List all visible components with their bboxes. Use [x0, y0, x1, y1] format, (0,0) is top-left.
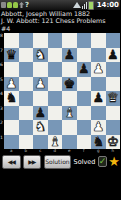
square-f1[interactable] — [77, 135, 92, 150]
piece-bQ-a7[interactable]: ♛ — [5, 48, 17, 63]
square-a7[interactable]: ♛ — [4, 48, 19, 63]
square-e8[interactable] — [62, 33, 77, 48]
piece-wB-e3[interactable]: ♝ — [63, 106, 75, 121]
square-c6[interactable] — [33, 62, 48, 77]
usb-icon — [19, 2, 24, 8]
square-d8[interactable] — [48, 33, 63, 48]
signal-icon — [82, 2, 87, 9]
square-g7[interactable] — [91, 48, 106, 63]
square-f2[interactable] — [77, 120, 92, 135]
square-a5[interactable]: ♟ — [4, 77, 19, 92]
square-h7[interactable]: ♟ — [106, 48, 121, 63]
piece-wP-c5[interactable]: ♟ — [34, 77, 46, 92]
square-g5[interactable] — [91, 77, 106, 92]
checkmark-icon: ✓ — [99, 157, 107, 166]
square-b2[interactable] — [19, 120, 34, 135]
square-h3[interactable] — [106, 106, 121, 121]
piece-bP-f6[interactable]: ♟ — [78, 62, 90, 77]
square-c3[interactable]: ♟ — [33, 106, 48, 121]
piece-bK-e5[interactable]: ♚ — [63, 77, 75, 92]
solved-checkbox[interactable]: ✓ — [98, 156, 108, 167]
piece-wP-a5[interactable]: ♟ — [5, 77, 17, 92]
square-g1[interactable]: ♞ — [91, 135, 106, 150]
piece-wN-c7[interactable]: ♞ — [34, 48, 46, 63]
square-f8[interactable] — [77, 33, 92, 48]
square-h5[interactable] — [106, 77, 121, 92]
square-a6[interactable] — [4, 62, 19, 77]
chip-icon — [1, 2, 6, 8]
square-e7[interactable]: ♟ — [62, 48, 77, 63]
wifi-icon — [73, 2, 81, 8]
solved-label: Solved — [74, 158, 96, 166]
android-icon — [7, 2, 12, 8]
square-h2[interactable] — [106, 120, 121, 135]
square-f4[interactable] — [77, 91, 92, 106]
square-c8[interactable] — [33, 33, 48, 48]
square-c1[interactable] — [33, 135, 48, 150]
square-b5[interactable] — [19, 77, 34, 92]
battery-icon — [88, 1, 94, 10]
square-f3[interactable] — [77, 106, 92, 121]
square-a2[interactable] — [4, 120, 19, 135]
square-d3[interactable] — [48, 106, 63, 121]
square-b3[interactable] — [19, 106, 34, 121]
square-f7[interactable] — [77, 48, 92, 63]
square-a8[interactable] — [4, 33, 19, 48]
piece-bP-h7[interactable]: ♟ — [107, 48, 119, 63]
toolbar: ◀◀ ▶▶ Solution Solved ✓ ★ — [0, 153, 120, 170]
square-f6[interactable]: ♟ — [77, 62, 92, 77]
square-f5[interactable] — [77, 77, 92, 92]
square-b1[interactable] — [19, 135, 34, 150]
piece-wP-g6[interactable]: ♟ — [92, 62, 104, 77]
square-d6[interactable] — [48, 62, 63, 77]
square-h8[interactable] — [106, 33, 121, 48]
square-d5[interactable] — [48, 77, 63, 92]
rewind-icon: ◀◀ — [8, 158, 15, 165]
square-a3[interactable] — [4, 106, 19, 121]
square-b6[interactable] — [19, 62, 34, 77]
square-c5[interactable]: ♟ — [33, 77, 48, 92]
square-c7[interactable]: ♞ — [33, 48, 48, 63]
square-g3[interactable] — [91, 106, 106, 121]
square-e2[interactable] — [62, 120, 77, 135]
square-g8[interactable] — [91, 33, 106, 48]
square-c2[interactable]: ♞ — [33, 120, 48, 135]
square-h1[interactable]: ♚ — [106, 135, 121, 150]
solution-label: Solution — [45, 158, 69, 165]
question-mark-icon: ? — [25, 2, 29, 8]
piece-bN-a4[interactable]: ♞ — [5, 91, 17, 106]
rewind-button[interactable]: ◀◀ — [2, 155, 21, 169]
problem-author: Abbott, Joseph William 1882 — [1, 10, 119, 17]
square-g4[interactable]: ♟ — [91, 91, 106, 106]
notification-icons: ? — [1, 2, 29, 8]
square-e3[interactable]: ♝ — [62, 106, 77, 121]
square-e6[interactable] — [62, 62, 77, 77]
android-icon — [13, 2, 18, 8]
problem-header: Abbott, Joseph William 1882 J. W. Abbott… — [1, 10, 119, 33]
clock: 14:00 — [97, 1, 119, 9]
square-e5[interactable]: ♚ — [62, 77, 77, 92]
favorite-star-icon[interactable]: ★ — [108, 155, 120, 168]
piece-wK-h1[interactable]: ♚ — [107, 135, 119, 150]
system-icons: 14:00 — [73, 1, 119, 10]
square-b4[interactable] — [19, 91, 34, 106]
piece-bN-g1[interactable]: ♞ — [92, 135, 104, 150]
square-b7[interactable] — [19, 48, 34, 63]
app-screen: ? 14:00 Abbott, Joseph William 1882 J. W… — [0, 0, 120, 200]
square-b8[interactable] — [19, 33, 34, 48]
forward-icon: ▶▶ — [28, 158, 35, 165]
square-c4[interactable] — [33, 91, 48, 106]
square-d4[interactable] — [48, 91, 63, 106]
problem-source: J. W. Abbott: 121 Chess Problems — [1, 17, 119, 24]
forward-button[interactable]: ▶▶ — [23, 155, 42, 169]
piece-bP-g4[interactable]: ♟ — [92, 91, 104, 106]
problem-number: #4 — [1, 25, 119, 32]
square-a1[interactable] — [4, 135, 19, 150]
square-e1[interactable] — [62, 135, 77, 150]
square-h4[interactable]: ♛ — [106, 91, 121, 106]
piece-wN-c2[interactable]: ♞ — [34, 120, 46, 135]
square-d7[interactable] — [48, 48, 63, 63]
square-e4[interactable] — [62, 91, 77, 106]
square-a4[interactable]: ♞ — [4, 91, 19, 106]
piece-bP-e7[interactable]: ♟ — [63, 48, 75, 63]
piece-wP-g2[interactable]: ♟ — [92, 120, 104, 135]
square-g6[interactable]: ♟ — [91, 62, 106, 77]
square-h6[interactable] — [106, 62, 121, 77]
piece-bP-c3[interactable]: ♟ — [34, 106, 46, 121]
solution-button[interactable]: Solution — [44, 155, 70, 169]
square-d1[interactable]: ♝ — [48, 135, 63, 150]
chess-board[interactable]: ♛♞♟♟♟♟♟♟♚♞♟♛♟♝♞♟♝♞♚ — [4, 33, 120, 149]
piece-wB-d1[interactable]: ♝ — [49, 135, 61, 150]
piece-wQ-h4[interactable]: ♛ — [107, 91, 119, 106]
square-d2[interactable] — [48, 120, 63, 135]
square-g2[interactable]: ♟ — [91, 120, 106, 135]
